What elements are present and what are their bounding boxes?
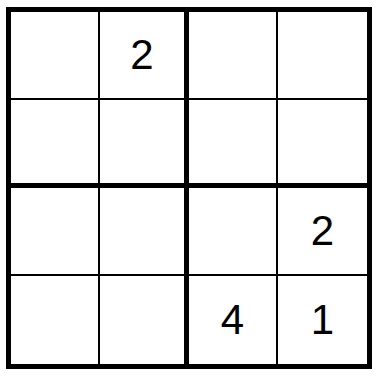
cell-r1c1[interactable] <box>11 12 100 100</box>
cell-r3c3[interactable] <box>189 188 278 276</box>
cell-r4c2[interactable] <box>100 276 189 364</box>
cell-r4c1[interactable] <box>11 276 100 364</box>
sudoku-board: 2 2 4 1 <box>6 7 372 369</box>
cell-r2c1[interactable] <box>11 100 100 188</box>
cell-r4c3[interactable]: 4 <box>189 276 278 364</box>
cell-r2c4[interactable] <box>278 100 367 188</box>
cell-r2c2[interactable] <box>100 100 189 188</box>
cell-r3c2[interactable] <box>100 188 189 276</box>
cell-r3c4[interactable]: 2 <box>278 188 367 276</box>
cell-r3c1[interactable] <box>11 188 100 276</box>
cell-r4c4[interactable]: 1 <box>278 276 367 364</box>
cell-r2c3[interactable] <box>189 100 278 188</box>
sudoku-page: 2 2 4 1 <box>0 0 387 385</box>
cell-r1c2[interactable]: 2 <box>100 12 189 100</box>
cell-r1c3[interactable] <box>189 12 278 100</box>
cell-r1c4[interactable] <box>278 12 367 100</box>
